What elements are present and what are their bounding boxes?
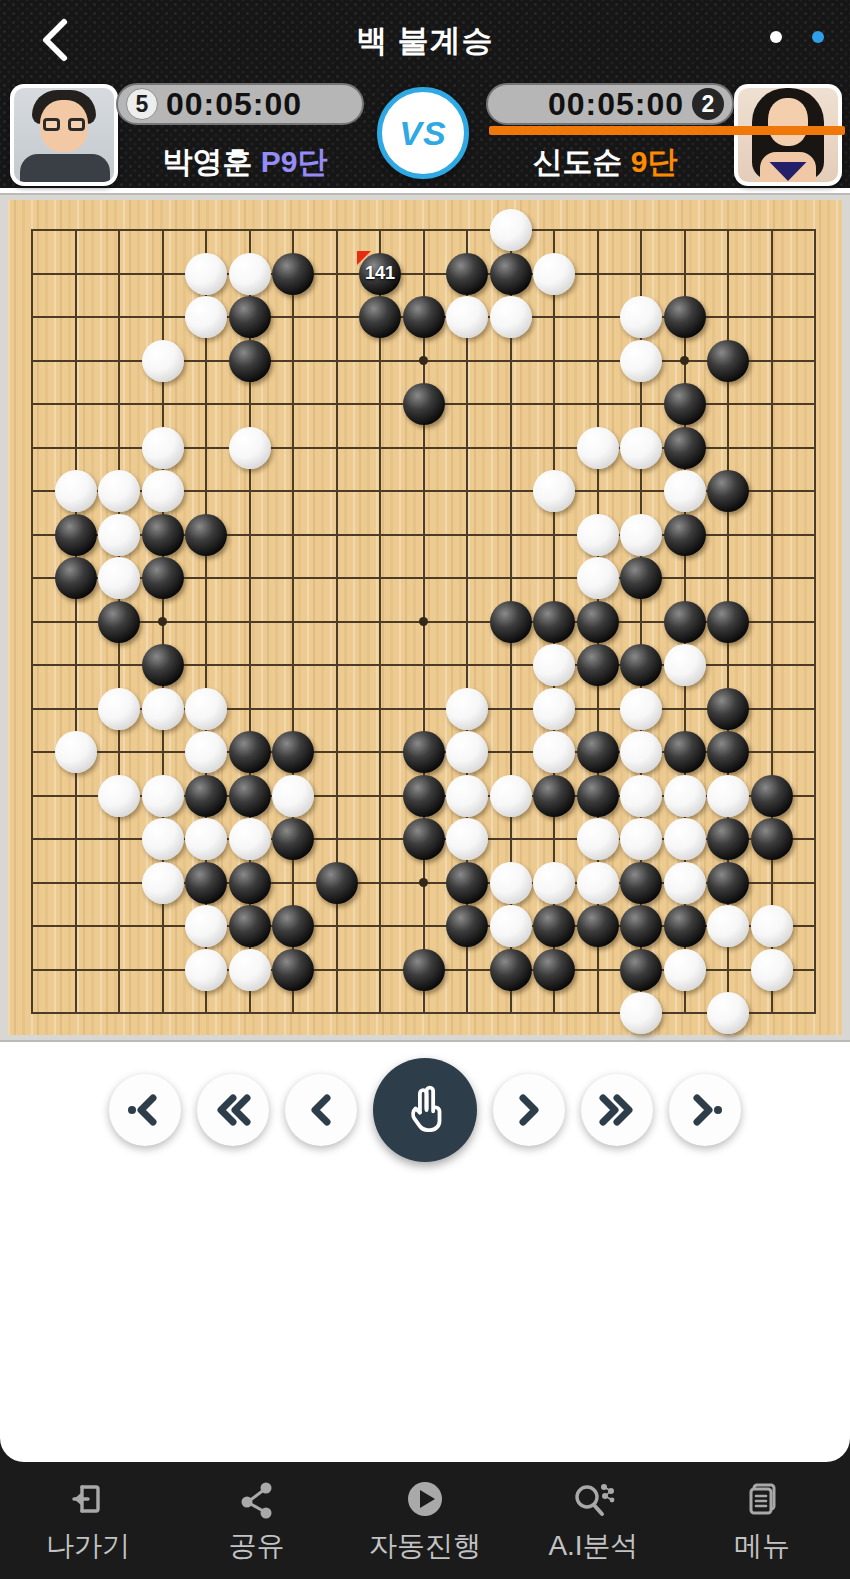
white-stone	[577, 862, 619, 904]
black-stone	[446, 253, 488, 295]
black-stone	[751, 818, 793, 860]
fast-forward-button[interactable]	[581, 1074, 653, 1146]
black-stone	[707, 731, 749, 773]
black-stone	[272, 949, 314, 991]
white-stone	[446, 688, 488, 730]
white-stone	[229, 949, 271, 991]
black-stone	[490, 601, 532, 643]
tab-ai-analysis[interactable]: A.I분석	[534, 1462, 654, 1579]
go-board-grid[interactable]: 141	[8, 200, 842, 1035]
fast-backward-button[interactable]	[197, 1074, 269, 1146]
black-stone	[620, 949, 662, 991]
white-stone	[533, 731, 575, 773]
black-stone	[229, 731, 271, 773]
black-stone	[229, 862, 271, 904]
white-stone	[533, 688, 575, 730]
white-stone	[490, 775, 532, 817]
white-stone	[707, 775, 749, 817]
white-stone	[664, 949, 706, 991]
white-stone	[620, 688, 662, 730]
white-stone	[446, 818, 488, 860]
white-stone	[577, 557, 619, 599]
white-stone	[577, 427, 619, 469]
black-stone	[533, 775, 575, 817]
black-stone	[359, 296, 401, 338]
black-stone	[577, 644, 619, 686]
black-stone	[403, 818, 445, 860]
black-stone	[403, 296, 445, 338]
black-stone	[403, 949, 445, 991]
left-clock-time: 00:05:00	[166, 86, 302, 123]
white-stone	[620, 340, 662, 382]
jump-to-start-button[interactable]	[109, 1074, 181, 1146]
white-stone	[142, 340, 184, 382]
black-stone	[577, 905, 619, 947]
tab-bar: 나가기 공유	[0, 1462, 850, 1579]
white-stone	[185, 905, 227, 947]
black-stone	[707, 862, 749, 904]
black-stone	[751, 775, 793, 817]
black-stone	[142, 514, 184, 556]
move-navigation	[0, 1058, 850, 1162]
white-stone	[707, 992, 749, 1034]
black-stone	[142, 557, 184, 599]
hand-gesture-button[interactable]	[373, 1058, 477, 1162]
white-stone	[490, 862, 532, 904]
black-stone	[664, 731, 706, 773]
black-stone	[185, 775, 227, 817]
content-panel	[0, 1042, 850, 1462]
star-point	[419, 617, 428, 626]
black-stone	[664, 383, 706, 425]
white-stone	[98, 470, 140, 512]
white-stone	[577, 818, 619, 860]
white-stone	[142, 818, 184, 860]
go-review-app: 백 불계승 5 00:05:00 00:05:00 2	[0, 0, 850, 1579]
black-stone	[229, 905, 271, 947]
step-backward-button[interactable]	[285, 1074, 357, 1146]
black-stone	[664, 601, 706, 643]
black-stone	[403, 383, 445, 425]
white-stone	[185, 688, 227, 730]
left-player-clock: 5 00:05:00	[116, 83, 364, 125]
white-stone	[98, 775, 140, 817]
exit-door-icon	[68, 1477, 108, 1519]
black-stone	[620, 862, 662, 904]
right-player-avatar	[734, 84, 842, 186]
tab-exit[interactable]: 나가기	[28, 1462, 148, 1579]
tab-menu-label: 메뉴	[734, 1527, 790, 1565]
white-stone	[620, 818, 662, 860]
white-stone	[185, 296, 227, 338]
white-stone	[229, 427, 271, 469]
tab-exit-label: 나가기	[46, 1527, 130, 1565]
menu-doc-icon	[742, 1477, 782, 1519]
black-stone	[620, 557, 662, 599]
black-stone	[55, 514, 97, 556]
black-stone	[403, 775, 445, 817]
white-stone	[533, 862, 575, 904]
white-stone	[185, 253, 227, 295]
black-stone	[620, 905, 662, 947]
black-stone	[185, 862, 227, 904]
white-stone	[446, 731, 488, 773]
vs-label: VS	[399, 114, 446, 153]
active-player-bar	[489, 126, 845, 135]
black-stone	[490, 253, 532, 295]
left-player-name: 박영훈 P9단	[120, 142, 370, 183]
white-stone	[620, 296, 662, 338]
share-icon	[237, 1477, 277, 1519]
black-stone	[185, 514, 227, 556]
right-clock-time: 00:05:00	[548, 86, 684, 123]
tab-share[interactable]: 공유	[197, 1462, 317, 1579]
jump-to-end-button[interactable]	[669, 1074, 741, 1146]
move-number: 141	[359, 253, 401, 295]
white-stone	[533, 644, 575, 686]
grid-line-v	[771, 229, 773, 1014]
right-player-clock: 00:05:00 2	[486, 83, 734, 125]
black-stone	[620, 644, 662, 686]
black-stone	[229, 296, 271, 338]
black-stone	[229, 340, 271, 382]
white-stone	[142, 775, 184, 817]
star-point	[158, 617, 167, 626]
white-stone	[664, 862, 706, 904]
black-stone	[707, 340, 749, 382]
black-stone	[707, 818, 749, 860]
white-stone	[142, 427, 184, 469]
black-stone	[707, 470, 749, 512]
page-title: 백 불계승	[0, 20, 850, 62]
black-stone	[577, 775, 619, 817]
white-stone	[446, 296, 488, 338]
left-player-rank: P9단	[261, 145, 328, 178]
white-stone	[142, 862, 184, 904]
vs-badge: VS	[377, 87, 469, 179]
black-stone	[533, 905, 575, 947]
black-stone	[272, 818, 314, 860]
white-stone	[229, 253, 271, 295]
black-stone	[577, 601, 619, 643]
black-stone	[316, 862, 358, 904]
black-stone	[664, 296, 706, 338]
white-stone	[229, 818, 271, 860]
white-stone	[490, 209, 532, 251]
white-stone	[98, 557, 140, 599]
grid-line-v	[814, 229, 816, 1014]
play-circle-icon	[405, 1477, 445, 1519]
tab-share-label: 공유	[229, 1527, 285, 1565]
white-stone	[620, 992, 662, 1034]
black-stone	[142, 644, 184, 686]
right-captures-badge: 2	[692, 88, 724, 120]
white-stone	[620, 427, 662, 469]
black-stone	[272, 905, 314, 947]
black-stone	[55, 557, 97, 599]
white-stone	[664, 644, 706, 686]
left-captures-badge: 5	[126, 88, 158, 120]
star-point	[419, 878, 428, 887]
star-point	[419, 356, 428, 365]
white-stone	[55, 470, 97, 512]
black-stone	[98, 601, 140, 643]
white-stone	[533, 470, 575, 512]
white-stone	[142, 688, 184, 730]
go-board[interactable]: 141	[0, 193, 850, 1042]
white-stone	[751, 905, 793, 947]
black-stone	[446, 862, 488, 904]
white-stone	[98, 514, 140, 556]
header: 백 불계승 5 00:05:00 00:05:00 2	[0, 0, 850, 188]
left-player-avatar	[10, 84, 118, 186]
page-dot-2[interactable]	[812, 31, 824, 43]
black-stone	[446, 905, 488, 947]
black-stone	[533, 949, 575, 991]
white-stone	[664, 818, 706, 860]
white-stone	[620, 731, 662, 773]
right-player-name: 신도순 9단	[480, 142, 730, 183]
page-dot-1[interactable]	[770, 31, 782, 43]
white-stone	[620, 775, 662, 817]
black-stone	[229, 775, 271, 817]
white-stone	[98, 688, 140, 730]
white-stone	[533, 253, 575, 295]
white-stone	[185, 818, 227, 860]
last-move-stone: 141	[359, 253, 401, 295]
star-point	[680, 356, 689, 365]
white-stone	[142, 470, 184, 512]
ai-search-icon	[572, 1477, 616, 1519]
white-stone	[55, 731, 97, 773]
white-stone	[185, 949, 227, 991]
white-stone	[185, 731, 227, 773]
white-stone	[577, 514, 619, 556]
black-stone	[577, 731, 619, 773]
white-stone	[664, 775, 706, 817]
black-stone	[490, 949, 532, 991]
step-forward-button[interactable]	[493, 1074, 565, 1146]
tab-autoplay[interactable]: 자동진행	[365, 1462, 485, 1579]
black-stone	[664, 905, 706, 947]
bottom-section: 나가기 공유	[0, 1042, 850, 1579]
black-stone	[664, 427, 706, 469]
black-stone	[664, 514, 706, 556]
right-player-rank: 9단	[631, 145, 678, 178]
white-stone	[446, 775, 488, 817]
white-stone	[490, 296, 532, 338]
black-stone	[707, 688, 749, 730]
black-stone	[533, 601, 575, 643]
white-stone	[272, 775, 314, 817]
white-stone	[490, 905, 532, 947]
black-stone	[272, 253, 314, 295]
tab-ai-analysis-label: A.I분석	[548, 1527, 638, 1565]
tab-menu[interactable]: 메뉴	[702, 1462, 822, 1579]
white-stone	[751, 949, 793, 991]
black-stone	[707, 601, 749, 643]
white-stone	[664, 470, 706, 512]
black-stone	[272, 731, 314, 773]
white-stone	[707, 905, 749, 947]
grid-line-h	[31, 1012, 816, 1014]
page-indicator[interactable]	[770, 31, 824, 43]
tab-autoplay-label: 자동진행	[369, 1527, 481, 1565]
white-stone	[620, 514, 662, 556]
black-stone	[403, 731, 445, 773]
